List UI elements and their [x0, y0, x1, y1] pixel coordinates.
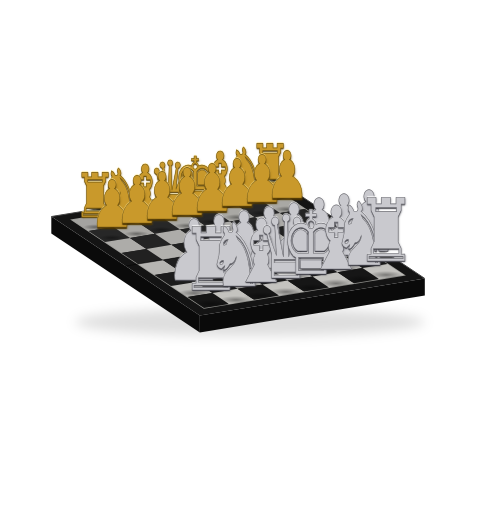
- product-photo: ♜♞♝♛♚♝♞♜♟♟♟♟♟♟♟♟♟♟♟♟♟♟♟♟♜♞♝♛♚♝♞♜: [0, 0, 504, 505]
- chess-board: [0, 0, 504, 505]
